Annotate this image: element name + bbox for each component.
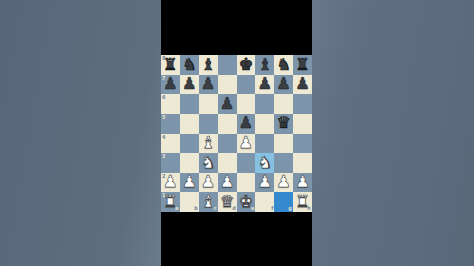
piece-white-knight[interactable]: ♞ bbox=[201, 154, 216, 171]
piece-black-pawn[interactable]: ♟ bbox=[220, 95, 235, 112]
rank-label-2: 2 bbox=[162, 174, 165, 179]
piece-black-pawn[interactable]: ♟ bbox=[163, 76, 178, 93]
square-e2[interactable] bbox=[237, 173, 256, 193]
square-e7[interactable] bbox=[237, 75, 256, 95]
piece-black-queen[interactable]: ♛ bbox=[276, 115, 291, 132]
square-c2[interactable]: ♟ bbox=[199, 173, 218, 193]
square-g5[interactable]: ♛ bbox=[274, 114, 293, 134]
square-f4[interactable] bbox=[255, 134, 274, 154]
square-a2[interactable]: 2♟ bbox=[161, 173, 180, 193]
square-h7[interactable]: ♟ bbox=[293, 75, 312, 95]
piece-black-pawn[interactable]: ♟ bbox=[239, 115, 254, 132]
piece-black-bishop[interactable]: ♝ bbox=[257, 56, 272, 73]
piece-white-bishop[interactable]: ♝ bbox=[201, 135, 216, 152]
piece-black-pawn[interactable]: ♟ bbox=[257, 76, 272, 93]
piece-white-bishop[interactable]: ♝ bbox=[201, 193, 216, 210]
square-f3[interactable]: ♞ bbox=[255, 153, 274, 173]
square-b8[interactable]: ♞ bbox=[180, 55, 199, 75]
square-c3[interactable]: ♞ bbox=[199, 153, 218, 173]
rank-label-1: 1 bbox=[162, 193, 165, 198]
square-e6[interactable] bbox=[237, 94, 256, 114]
piece-black-rook[interactable]: ♜ bbox=[295, 56, 310, 73]
piece-white-rook[interactable]: ♜ bbox=[295, 193, 310, 210]
square-d4[interactable] bbox=[218, 134, 237, 154]
square-b5[interactable] bbox=[180, 114, 199, 134]
square-c1[interactable]: c♝ bbox=[199, 192, 218, 212]
square-a3[interactable]: 3 bbox=[161, 153, 180, 173]
square-d8[interactable] bbox=[218, 55, 237, 75]
square-a6[interactable]: 6 bbox=[161, 94, 180, 114]
file-label-e: e bbox=[251, 206, 254, 211]
piece-black-knight[interactable]: ♞ bbox=[276, 56, 291, 73]
square-c6[interactable] bbox=[199, 94, 218, 114]
rank-label-8: 8 bbox=[162, 56, 165, 61]
piece-white-pawn[interactable]: ♟ bbox=[201, 174, 216, 191]
square-b2[interactable]: ♟ bbox=[180, 173, 199, 193]
piece-white-pawn[interactable]: ♟ bbox=[220, 174, 235, 191]
square-a1[interactable]: 1a♜ bbox=[161, 192, 180, 212]
file-label-g: g bbox=[289, 206, 293, 211]
piece-black-pawn[interactable]: ♟ bbox=[201, 76, 216, 93]
rank-label-3: 3 bbox=[162, 154, 165, 159]
rank-label-6: 6 bbox=[162, 95, 165, 100]
square-c8[interactable]: ♝ bbox=[199, 55, 218, 75]
square-h2[interactable]: ♟ bbox=[293, 173, 312, 193]
square-g8[interactable]: ♞ bbox=[274, 55, 293, 75]
square-g4[interactable] bbox=[274, 134, 293, 154]
square-e4[interactable]: ♟ bbox=[237, 134, 256, 154]
piece-white-pawn[interactable]: ♟ bbox=[276, 174, 291, 191]
piece-white-pawn[interactable]: ♟ bbox=[257, 174, 272, 191]
piece-white-pawn[interactable]: ♟ bbox=[239, 135, 254, 152]
blurred-background-left bbox=[0, 0, 161, 266]
file-label-d: d bbox=[232, 206, 236, 211]
rank-label-4: 4 bbox=[162, 135, 165, 140]
square-g3[interactable] bbox=[274, 153, 293, 173]
piece-black-bishop[interactable]: ♝ bbox=[201, 56, 216, 73]
piece-white-king[interactable]: ♚ bbox=[239, 193, 254, 210]
piece-black-rook[interactable]: ♜ bbox=[163, 56, 178, 73]
piece-white-pawn[interactable]: ♟ bbox=[182, 174, 197, 191]
chess-board[interactable]: 8♜♞♝♚♝♞♜7♟♟♟♟♟♟6♟5♟♛4♝♟3♞♞2♟♟♟♟♟♟♟1a♜bc♝… bbox=[161, 55, 312, 212]
square-g6[interactable] bbox=[274, 94, 293, 114]
square-g7[interactable]: ♟ bbox=[274, 75, 293, 95]
piece-white-rook[interactable]: ♜ bbox=[163, 193, 178, 210]
file-label-f: f bbox=[271, 206, 273, 211]
square-f8[interactable]: ♝ bbox=[255, 55, 274, 75]
square-a4[interactable]: 4 bbox=[161, 134, 180, 154]
square-f6[interactable] bbox=[255, 94, 274, 114]
square-a8[interactable]: 8♜ bbox=[161, 55, 180, 75]
piece-white-knight[interactable]: ♞ bbox=[257, 154, 272, 171]
rank-label-7: 7 bbox=[162, 76, 165, 81]
square-d2[interactable]: ♟ bbox=[218, 173, 237, 193]
square-h8[interactable]: ♜ bbox=[293, 55, 312, 75]
square-f1[interactable]: f bbox=[255, 192, 274, 212]
square-d6[interactable]: ♟ bbox=[218, 94, 237, 114]
square-d3[interactable] bbox=[218, 153, 237, 173]
square-d7[interactable] bbox=[218, 75, 237, 95]
square-a5[interactable]: 5 bbox=[161, 114, 180, 134]
square-e5[interactable]: ♟ bbox=[237, 114, 256, 134]
piece-black-pawn[interactable]: ♟ bbox=[276, 76, 291, 93]
file-label-a: a bbox=[176, 206, 179, 211]
square-h1[interactable]: h♜ bbox=[293, 192, 312, 212]
square-a7[interactable]: 7♟ bbox=[161, 75, 180, 95]
piece-black-king[interactable]: ♚ bbox=[239, 56, 254, 73]
square-c7[interactable]: ♟ bbox=[199, 75, 218, 95]
file-label-c: c bbox=[214, 206, 217, 211]
square-h3[interactable] bbox=[293, 153, 312, 173]
square-b7[interactable]: ♟ bbox=[180, 75, 199, 95]
square-b1[interactable]: b bbox=[180, 192, 199, 212]
square-f2[interactable]: ♟ bbox=[255, 173, 274, 193]
video-frame: 8♜♞♝♚♝♞♜7♟♟♟♟♟♟6♟5♟♛4♝♟3♞♞2♟♟♟♟♟♟♟1a♜bc♝… bbox=[0, 0, 474, 266]
piece-black-pawn[interactable]: ♟ bbox=[182, 76, 197, 93]
square-b4[interactable] bbox=[180, 134, 199, 154]
square-d1[interactable]: d♛ bbox=[218, 192, 237, 212]
blurred-background-right bbox=[312, 0, 474, 266]
piece-black-pawn[interactable]: ♟ bbox=[295, 76, 310, 93]
piece-black-knight[interactable]: ♞ bbox=[182, 56, 197, 73]
square-b6[interactable] bbox=[180, 94, 199, 114]
file-label-h: h bbox=[307, 206, 311, 211]
square-f5[interactable] bbox=[255, 114, 274, 134]
piece-white-pawn[interactable]: ♟ bbox=[295, 174, 310, 191]
square-d5[interactable] bbox=[218, 114, 237, 134]
file-label-b: b bbox=[194, 206, 198, 211]
square-h4[interactable] bbox=[293, 134, 312, 154]
rank-label-5: 5 bbox=[162, 115, 165, 120]
square-e8[interactable]: ♚ bbox=[237, 55, 256, 75]
square-g2[interactable]: ♟ bbox=[274, 173, 293, 193]
square-h6[interactable] bbox=[293, 94, 312, 114]
square-f7[interactable]: ♟ bbox=[255, 75, 274, 95]
piece-white-queen[interactable]: ♛ bbox=[220, 193, 235, 210]
square-e1[interactable]: e♚ bbox=[237, 192, 256, 212]
video-letterbox-column: 8♜♞♝♚♝♞♜7♟♟♟♟♟♟6♟5♟♛4♝♟3♞♞2♟♟♟♟♟♟♟1a♜bc♝… bbox=[161, 0, 312, 266]
square-e3[interactable] bbox=[237, 153, 256, 173]
square-c5[interactable] bbox=[199, 114, 218, 134]
square-b3[interactable] bbox=[180, 153, 199, 173]
square-g1[interactable]: g bbox=[274, 192, 293, 212]
square-c4[interactable]: ♝ bbox=[199, 134, 218, 154]
square-h5[interactable] bbox=[293, 114, 312, 134]
piece-white-pawn[interactable]: ♟ bbox=[163, 174, 178, 191]
